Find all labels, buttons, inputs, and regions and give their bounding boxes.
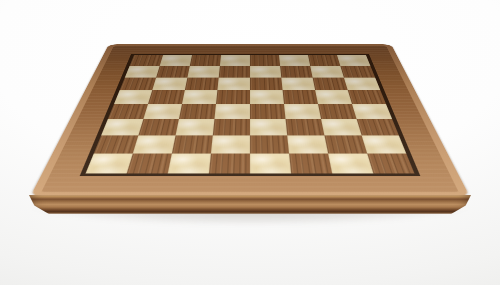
square-d6: [217, 78, 250, 91]
playing-field: [80, 54, 421, 176]
square-d5: [216, 90, 250, 104]
square-f5: [283, 90, 318, 104]
square-d7: [219, 66, 250, 78]
square-d1: [209, 154, 250, 174]
square-b4: [143, 104, 182, 119]
square-h6: [344, 78, 380, 91]
square-g8: [308, 55, 340, 66]
square-c5: [182, 90, 217, 104]
square-b1: [127, 154, 172, 174]
square-a2: [94, 135, 139, 153]
square-a3: [101, 119, 143, 135]
square-d4: [214, 104, 250, 119]
square-c4: [179, 104, 216, 119]
square-g2: [324, 135, 367, 153]
square-a7: [125, 66, 160, 78]
square-g6: [313, 78, 348, 91]
board-front-molding-edge: [29, 195, 471, 214]
square-a8: [130, 55, 163, 66]
square-c3: [176, 119, 215, 135]
square-a6: [120, 78, 156, 91]
square-c6: [185, 78, 219, 91]
square-b5: [148, 90, 185, 104]
square-f6: [281, 78, 315, 91]
photo-background: [0, 0, 500, 285]
square-a4: [108, 104, 148, 119]
square-f8: [279, 55, 310, 66]
square-d8: [220, 55, 250, 66]
square-c8: [190, 55, 221, 66]
square-f3: [286, 119, 325, 135]
square-b6: [152, 78, 187, 91]
square-f4: [284, 104, 321, 119]
board-molding-ring: [30, 44, 470, 197]
square-b3: [138, 119, 179, 135]
square-h2: [362, 135, 407, 153]
square-c2: [172, 135, 213, 153]
square-h1: [367, 154, 414, 174]
square-b8: [160, 55, 192, 66]
square-e3: [250, 119, 287, 135]
square-g5: [315, 90, 352, 104]
square-c7: [187, 66, 219, 78]
board-frame: [41, 46, 459, 192]
square-e1: [250, 154, 291, 174]
square-b2: [133, 135, 176, 153]
square-g1: [328, 154, 373, 174]
square-f2: [287, 135, 328, 153]
square-a1: [86, 154, 133, 174]
square-g7: [310, 66, 344, 78]
square-e6: [250, 78, 283, 91]
square-h7: [340, 66, 375, 78]
square-g4: [318, 104, 357, 119]
square-h5: [348, 90, 386, 104]
square-a5: [114, 90, 152, 104]
square-d2: [211, 135, 250, 153]
square-e4: [250, 104, 286, 119]
square-c1: [168, 154, 211, 174]
chessboard: [30, 44, 470, 197]
square-b7: [156, 66, 190, 78]
square-e2: [250, 135, 289, 153]
square-e5: [250, 90, 284, 104]
square-e7: [250, 66, 281, 78]
square-h3: [357, 119, 399, 135]
square-e8: [250, 55, 280, 66]
square-g3: [321, 119, 362, 135]
square-h8: [337, 55, 370, 66]
square-f1: [289, 154, 332, 174]
square-d3: [213, 119, 250, 135]
square-f7: [280, 66, 312, 78]
square-h4: [352, 104, 392, 119]
